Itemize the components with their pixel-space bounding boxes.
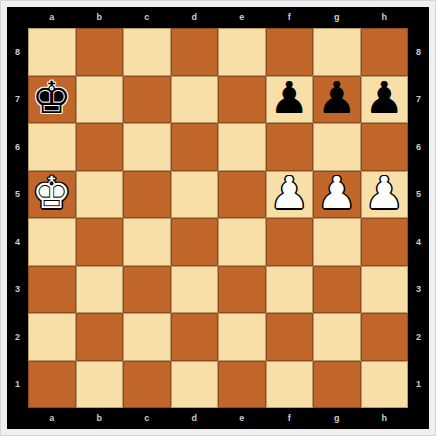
file-label-f: f [266,408,314,429]
rank-label-7: 7 [408,76,429,124]
square-b7[interactable] [76,76,124,124]
piece-black-king-a7[interactable]: ♚ [32,76,71,120]
square-c6[interactable] [123,123,171,171]
square-e5[interactable] [218,171,266,219]
rank-label-3: 3 [7,266,28,314]
square-h5[interactable]: ♟ [361,171,409,219]
square-c3[interactable] [123,266,171,314]
rank-label-1: 1 [7,361,28,409]
file-label-b: b [76,7,124,28]
rank-label-2: 2 [7,313,28,361]
square-g2[interactable] [313,313,361,361]
square-d8[interactable] [171,28,219,76]
file-label-g: g [313,408,361,429]
file-labels-bottom: abcdefgh [28,408,408,429]
file-label-f: f [266,7,314,28]
piece-white-pawn-h5[interactable]: ♟ [365,171,404,215]
square-a2[interactable] [28,313,76,361]
square-a1[interactable] [28,361,76,409]
square-h4[interactable] [361,218,409,266]
square-b6[interactable] [76,123,124,171]
file-label-c: c [123,408,171,429]
square-c7[interactable] [123,76,171,124]
square-f5[interactable]: ♟ [266,171,314,219]
square-b5[interactable] [76,171,124,219]
square-g3[interactable] [313,266,361,314]
square-h7[interactable]: ♟ [361,76,409,124]
file-label-d: d [171,408,219,429]
square-h1[interactable] [361,361,409,409]
piece-black-pawn-g7[interactable]: ♟ [317,76,356,120]
square-f7[interactable]: ♟ [266,76,314,124]
square-f4[interactable] [266,218,314,266]
square-b8[interactable] [76,28,124,76]
file-label-h: h [361,408,409,429]
square-c4[interactable] [123,218,171,266]
square-f3[interactable] [266,266,314,314]
square-c5[interactable] [123,171,171,219]
rank-label-6: 6 [7,123,28,171]
square-e6[interactable] [218,123,266,171]
square-d3[interactable] [171,266,219,314]
rank-label-5: 5 [7,171,28,219]
rank-labels-right: 87654321 [408,28,429,408]
square-c1[interactable] [123,361,171,409]
rank-label-8: 8 [408,28,429,76]
chess-board-frame: abcdefgh 87654321 ♚♟♟♟♚♟♟♟ 87654321 abcd… [7,7,429,429]
square-e3[interactable] [218,266,266,314]
square-g7[interactable]: ♟ [313,76,361,124]
piece-white-pawn-f5[interactable]: ♟ [270,171,309,215]
rank-label-3: 3 [408,266,429,314]
rank-label-7: 7 [7,76,28,124]
rank-label-1: 1 [408,361,429,409]
square-e8[interactable] [218,28,266,76]
square-b3[interactable] [76,266,124,314]
square-a8[interactable] [28,28,76,76]
square-e1[interactable] [218,361,266,409]
square-g6[interactable] [313,123,361,171]
square-a4[interactable] [28,218,76,266]
piece-black-pawn-h7[interactable]: ♟ [365,76,404,120]
square-d1[interactable] [171,361,219,409]
file-labels-top: abcdefgh [28,7,408,28]
square-e7[interactable] [218,76,266,124]
file-label-e: e [218,7,266,28]
square-b2[interactable] [76,313,124,361]
square-d4[interactable] [171,218,219,266]
file-label-a: a [28,7,76,28]
rank-label-4: 4 [408,218,429,266]
rank-label-4: 4 [7,218,28,266]
square-g5[interactable]: ♟ [313,171,361,219]
file-label-g: g [313,7,361,28]
square-b4[interactable] [76,218,124,266]
square-f2[interactable] [266,313,314,361]
chess-board: ♚♟♟♟♚♟♟♟ [28,28,408,408]
square-f1[interactable] [266,361,314,409]
square-f6[interactable] [266,123,314,171]
square-d7[interactable] [171,76,219,124]
square-a5[interactable]: ♚ [28,171,76,219]
square-g1[interactable] [313,361,361,409]
square-e4[interactable] [218,218,266,266]
file-label-a: a [28,408,76,429]
square-c8[interactable] [123,28,171,76]
file-label-c: c [123,7,171,28]
file-label-d: d [171,7,219,28]
piece-white-pawn-g5[interactable]: ♟ [317,171,356,215]
square-d6[interactable] [171,123,219,171]
piece-black-pawn-f7[interactable]: ♟ [270,76,309,120]
square-a7[interactable]: ♚ [28,76,76,124]
square-a6[interactable] [28,123,76,171]
square-h6[interactable] [361,123,409,171]
square-f8[interactable] [266,28,314,76]
file-label-e: e [218,408,266,429]
rank-label-2: 2 [408,313,429,361]
rank-labels-left: 87654321 [7,28,28,408]
page: { "game": "chess", "position": { "fen": … [0,0,436,436]
square-d5[interactable] [171,171,219,219]
piece-white-king-a5[interactable]: ♚ [32,171,71,215]
square-h2[interactable] [361,313,409,361]
square-g8[interactable] [313,28,361,76]
rank-label-5: 5 [408,171,429,219]
square-e2[interactable] [218,313,266,361]
square-b1[interactable] [76,361,124,409]
square-h3[interactable] [361,266,409,314]
file-label-b: b [76,408,124,429]
rank-label-6: 6 [408,123,429,171]
square-a3[interactable] [28,266,76,314]
rank-label-8: 8 [7,28,28,76]
square-d2[interactable] [171,313,219,361]
square-c2[interactable] [123,313,171,361]
square-h8[interactable] [361,28,409,76]
square-g4[interactable] [313,218,361,266]
file-label-h: h [361,7,409,28]
